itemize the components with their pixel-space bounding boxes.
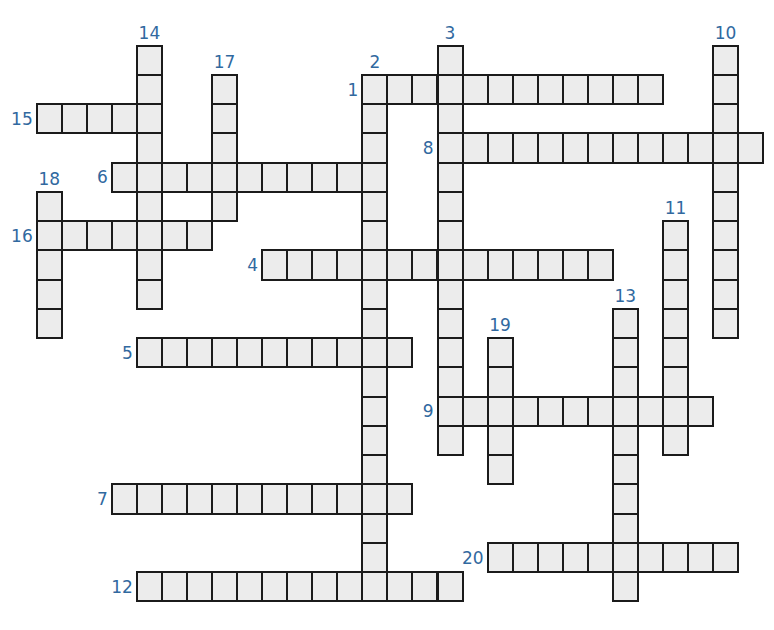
cell[interactable] [411, 74, 438, 105]
cell[interactable] [286, 483, 313, 514]
cell[interactable] [211, 132, 238, 163]
cell[interactable] [562, 249, 589, 280]
cell[interactable] [712, 220, 739, 251]
cell[interactable] [637, 542, 664, 573]
cell[interactable] [537, 249, 564, 280]
cell[interactable] [537, 132, 564, 163]
cell[interactable] [512, 542, 539, 573]
cell[interactable] [487, 454, 514, 485]
cell[interactable] [712, 45, 739, 76]
clue-number-across-20: 20 [444, 548, 484, 568]
cell[interactable] [487, 337, 514, 368]
cell[interactable] [712, 308, 739, 339]
cell[interactable] [361, 513, 388, 544]
cell[interactable] [386, 571, 413, 602]
cell[interactable] [612, 542, 639, 573]
cell[interactable] [612, 425, 639, 456]
cell[interactable] [662, 542, 689, 573]
cell[interactable] [487, 132, 514, 163]
cell[interactable] [562, 542, 589, 573]
cell[interactable] [361, 454, 388, 485]
cell[interactable] [111, 220, 138, 251]
cell[interactable] [437, 249, 464, 280]
cell[interactable] [361, 132, 388, 163]
cell[interactable] [86, 220, 113, 251]
cell[interactable] [36, 220, 63, 251]
cell[interactable] [612, 337, 639, 368]
cell[interactable] [336, 571, 363, 602]
cell[interactable] [161, 483, 188, 514]
clue-number-across-5: 5 [93, 343, 133, 363]
cell[interactable] [662, 396, 689, 427]
cell[interactable] [487, 425, 514, 456]
cell[interactable] [136, 103, 163, 134]
clue-number-across-15: 15 [0, 109, 33, 129]
cell[interactable] [211, 162, 238, 193]
cell[interactable] [111, 103, 138, 134]
cell[interactable] [236, 162, 263, 193]
cell[interactable] [386, 337, 413, 368]
cell[interactable] [336, 162, 363, 193]
cell[interactable] [161, 337, 188, 368]
cell[interactable] [111, 483, 138, 514]
cell[interactable] [311, 483, 338, 514]
cell[interactable] [612, 571, 639, 602]
cell[interactable] [487, 74, 514, 105]
cell[interactable] [437, 337, 464, 368]
cell[interactable] [161, 220, 188, 251]
cell[interactable] [236, 571, 263, 602]
cell[interactable] [487, 249, 514, 280]
cell[interactable] [286, 571, 313, 602]
cell[interactable] [311, 162, 338, 193]
cell[interactable] [537, 74, 564, 105]
cell[interactable] [712, 103, 739, 134]
cell[interactable] [361, 571, 388, 602]
cell[interactable] [311, 337, 338, 368]
cell[interactable] [236, 337, 263, 368]
clue-number-across-9: 9 [394, 401, 434, 421]
crossword-board: 1456789121516202310111314171819 [0, 0, 774, 630]
cell[interactable] [111, 162, 138, 193]
cell[interactable] [136, 249, 163, 280]
clue-number-down-13: 13 [605, 286, 645, 306]
cell[interactable] [336, 483, 363, 514]
cell[interactable] [86, 103, 113, 134]
cell[interactable] [437, 279, 464, 310]
cell[interactable] [136, 74, 163, 105]
clue-number-down-18: 18 [29, 169, 69, 189]
cell[interactable] [512, 249, 539, 280]
cell[interactable] [136, 220, 163, 251]
cell[interactable] [437, 425, 464, 456]
clue-number-down-17: 17 [205, 52, 245, 72]
clue-number-across-4: 4 [218, 255, 258, 275]
cell[interactable] [637, 132, 664, 163]
cell[interactable] [637, 74, 664, 105]
cell[interactable] [437, 396, 464, 427]
cell[interactable] [437, 132, 464, 163]
clue-number-across-8: 8 [394, 138, 434, 158]
cell[interactable] [286, 162, 313, 193]
cell[interactable] [211, 337, 238, 368]
cell[interactable] [662, 220, 689, 251]
cell[interactable] [136, 191, 163, 222]
cell[interactable] [311, 249, 338, 280]
cell[interactable] [662, 308, 689, 339]
cell[interactable] [562, 396, 589, 427]
cell[interactable] [487, 542, 514, 573]
cell[interactable] [712, 191, 739, 222]
cell[interactable] [687, 132, 714, 163]
cell[interactable] [36, 191, 63, 222]
cell[interactable] [336, 337, 363, 368]
cell[interactable] [487, 396, 514, 427]
cell[interactable] [437, 191, 464, 222]
cell[interactable] [712, 249, 739, 280]
cell[interactable] [537, 542, 564, 573]
cell[interactable] [437, 74, 464, 105]
cell[interactable] [211, 483, 238, 514]
cell[interactable] [562, 74, 589, 105]
cell[interactable] [537, 396, 564, 427]
cell[interactable] [612, 513, 639, 544]
cell[interactable] [361, 249, 388, 280]
cell[interactable] [712, 162, 739, 193]
cell[interactable] [662, 279, 689, 310]
cell[interactable] [587, 396, 614, 427]
cell[interactable] [261, 249, 288, 280]
cell[interactable] [211, 103, 238, 134]
cell[interactable] [612, 396, 639, 427]
cell[interactable] [36, 279, 63, 310]
cell[interactable] [437, 103, 464, 134]
cell[interactable] [186, 162, 213, 193]
cell[interactable] [462, 249, 489, 280]
cell[interactable] [361, 337, 388, 368]
cell[interactable] [61, 103, 88, 134]
cell[interactable] [587, 542, 614, 573]
cell[interactable] [336, 249, 363, 280]
cell[interactable] [437, 571, 464, 602]
cell[interactable] [687, 542, 714, 573]
cell[interactable] [186, 571, 213, 602]
cell[interactable] [361, 366, 388, 397]
cell[interactable] [612, 454, 639, 485]
cell[interactable] [261, 337, 288, 368]
clue-number-down-2: 2 [355, 52, 395, 72]
cell[interactable] [712, 542, 739, 573]
cell[interactable] [136, 571, 163, 602]
cell[interactable] [687, 396, 714, 427]
cell[interactable] [136, 162, 163, 193]
cell[interactable] [587, 74, 614, 105]
cell[interactable] [612, 366, 639, 397]
cell[interactable] [211, 191, 238, 222]
cell[interactable] [361, 103, 388, 134]
cell[interactable] [612, 132, 639, 163]
cell[interactable] [612, 483, 639, 514]
cell[interactable] [361, 425, 388, 456]
cell[interactable] [437, 162, 464, 193]
cell[interactable] [136, 279, 163, 310]
cell[interactable] [662, 249, 689, 280]
cell[interactable] [136, 483, 163, 514]
cell[interactable] [386, 249, 413, 280]
cell[interactable] [411, 571, 438, 602]
cell[interactable] [386, 483, 413, 514]
clue-number-down-3: 3 [430, 23, 470, 43]
cell[interactable] [61, 220, 88, 251]
cell[interactable] [712, 279, 739, 310]
clue-number-across-7: 7 [68, 489, 108, 509]
cell[interactable] [361, 279, 388, 310]
clue-number-across-12: 12 [93, 577, 133, 597]
cell[interactable] [361, 308, 388, 339]
cell[interactable] [286, 337, 313, 368]
clue-number-down-19: 19 [480, 315, 520, 335]
cell[interactable] [136, 45, 163, 76]
cell[interactable] [136, 132, 163, 163]
cell[interactable] [261, 571, 288, 602]
cell[interactable] [437, 45, 464, 76]
cell[interactable] [587, 249, 614, 280]
clue-number-down-10: 10 [706, 23, 746, 43]
cell[interactable] [737, 132, 764, 163]
cell[interactable] [211, 74, 238, 105]
cell[interactable] [637, 396, 664, 427]
cell[interactable] [437, 220, 464, 251]
clue-number-across-16: 16 [0, 226, 33, 246]
cell[interactable] [361, 191, 388, 222]
cell[interactable] [361, 162, 388, 193]
cell[interactable] [462, 396, 489, 427]
cell[interactable] [712, 132, 739, 163]
cell[interactable] [311, 571, 338, 602]
cell[interactable] [712, 74, 739, 105]
cell[interactable] [512, 396, 539, 427]
cell[interactable] [386, 74, 413, 105]
cell[interactable] [437, 366, 464, 397]
cell[interactable] [487, 366, 514, 397]
cell[interactable] [161, 571, 188, 602]
cell[interactable] [662, 425, 689, 456]
cell[interactable] [36, 249, 63, 280]
cell[interactable] [562, 132, 589, 163]
clue-number-across-1: 1 [318, 80, 358, 100]
cell[interactable] [36, 103, 63, 134]
cell[interactable] [236, 483, 263, 514]
cell[interactable] [361, 220, 388, 251]
cell[interactable] [186, 483, 213, 514]
cell[interactable] [662, 366, 689, 397]
clue-number-down-11: 11 [655, 198, 695, 218]
cell[interactable] [286, 249, 313, 280]
cell[interactable] [186, 220, 213, 251]
cell[interactable] [612, 74, 639, 105]
clue-number-across-6: 6 [68, 167, 108, 187]
cell[interactable] [136, 337, 163, 368]
cell[interactable] [662, 337, 689, 368]
clue-number-down-14: 14 [129, 23, 169, 43]
cell[interactable] [662, 132, 689, 163]
cell[interactable] [211, 571, 238, 602]
cell[interactable] [612, 308, 639, 339]
cell[interactable] [361, 483, 388, 514]
cell[interactable] [361, 396, 388, 427]
cell[interactable] [361, 74, 388, 105]
cell[interactable] [512, 74, 539, 105]
cell[interactable] [437, 308, 464, 339]
cell[interactable] [512, 132, 539, 163]
cell[interactable] [462, 132, 489, 163]
cell[interactable] [261, 483, 288, 514]
cell[interactable] [261, 162, 288, 193]
cell[interactable] [186, 337, 213, 368]
cell[interactable] [587, 132, 614, 163]
cell[interactable] [361, 542, 388, 573]
cell[interactable] [161, 162, 188, 193]
cell[interactable] [411, 249, 438, 280]
cell[interactable] [462, 74, 489, 105]
cell[interactable] [36, 308, 63, 339]
